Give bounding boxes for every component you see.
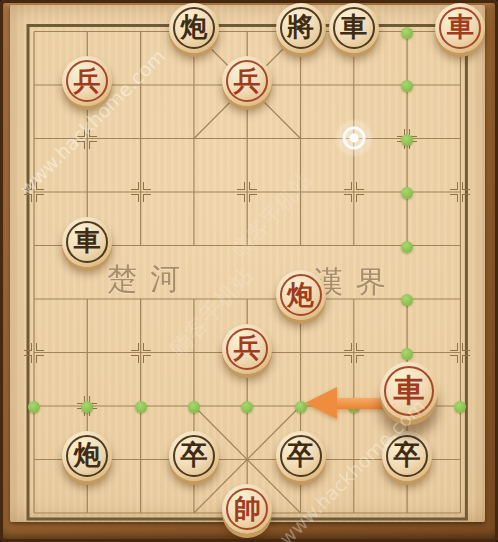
- move-hint-dot[interactable]: [348, 401, 360, 413]
- piece-black-chariot[interactable]: 車: [329, 3, 379, 53]
- piece-glyph: 卒: [287, 441, 314, 468]
- piece-red-chariot[interactable]: 車: [380, 362, 438, 420]
- piece-glyph: 炮: [74, 441, 101, 468]
- move-hint-dot[interactable]: [401, 187, 413, 199]
- piece-glyph: 炮: [287, 281, 314, 308]
- piece-black-general[interactable]: 將: [276, 3, 326, 53]
- piece-black-cannon[interactable]: 炮: [62, 431, 112, 481]
- move-hint-dot[interactable]: [28, 401, 40, 413]
- piece-black-cannon[interactable]: 炮: [169, 3, 219, 53]
- piece-glyph: 兵: [234, 334, 261, 361]
- piece-red-general[interactable]: 帥: [222, 484, 272, 534]
- piece-glyph: 帥: [234, 495, 261, 522]
- piece-red-soldier[interactable]: 兵: [222, 324, 272, 374]
- piece-black-soldier[interactable]: 卒: [169, 431, 219, 481]
- move-hint-dot[interactable]: [401, 294, 413, 306]
- move-hint-dot[interactable]: [188, 401, 200, 413]
- xiangqi-game-screen: 楚河 漢界 炮將車車兵兵車炮兵車炮卒卒卒帥 www.hackhome.com嗨客…: [0, 0, 498, 542]
- river-label-chu-he: 楚河: [107, 259, 193, 300]
- move-hint-dot[interactable]: [401, 27, 413, 39]
- move-hint-dot[interactable]: [401, 241, 413, 253]
- move-hint-dot[interactable]: [241, 401, 253, 413]
- move-hint-dot[interactable]: [454, 401, 466, 413]
- move-hint-dot[interactable]: [401, 80, 413, 92]
- piece-red-chariot[interactable]: 車: [435, 3, 485, 53]
- piece-red-cannon[interactable]: 炮: [276, 270, 326, 320]
- move-hint-dot[interactable]: [401, 134, 413, 146]
- piece-black-chariot[interactable]: 車: [62, 217, 112, 267]
- piece-glyph: 卒: [394, 441, 421, 468]
- piece-glyph: 車: [74, 227, 101, 254]
- piece-glyph: 炮: [180, 13, 207, 40]
- piece-red-soldier[interactable]: 兵: [222, 56, 272, 106]
- piece-glyph: 車: [447, 13, 474, 40]
- piece-black-soldier[interactable]: 卒: [382, 431, 432, 481]
- move-hint-dot[interactable]: [81, 401, 93, 413]
- move-hint-dot[interactable]: [401, 348, 413, 360]
- river-label-han-jie: 漢界: [313, 262, 399, 303]
- piece-glyph: 車: [340, 13, 367, 40]
- piece-glyph: 車: [394, 375, 425, 406]
- piece-glyph: 兵: [74, 67, 101, 94]
- piece-glyph: 卒: [180, 441, 207, 468]
- piece-black-soldier[interactable]: 卒: [276, 431, 326, 481]
- piece-red-soldier[interactable]: 兵: [62, 56, 112, 106]
- piece-glyph: 兵: [234, 67, 261, 94]
- move-hint-dot[interactable]: [295, 401, 307, 413]
- move-hint-dot[interactable]: [135, 401, 147, 413]
- piece-glyph: 將: [287, 13, 314, 40]
